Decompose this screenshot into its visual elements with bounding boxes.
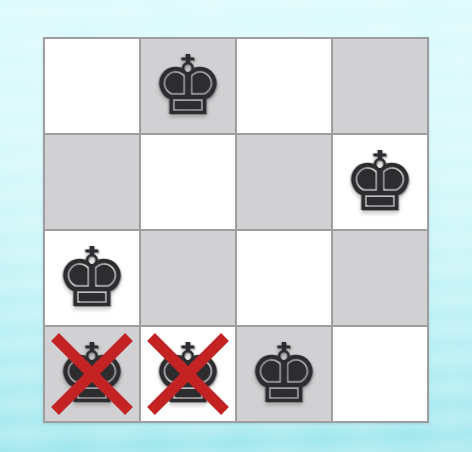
square-r4c3[interactable]: ♚: [237, 327, 331, 421]
square-r1c3[interactable]: [237, 39, 331, 133]
black-king-piece: ♚: [141, 39, 235, 133]
square-r1c1[interactable]: [45, 39, 139, 133]
square-r3c4[interactable]: [333, 231, 427, 325]
square-r3c3[interactable]: [237, 231, 331, 325]
square-r2c1[interactable]: [45, 135, 139, 229]
square-r2c2[interactable]: [141, 135, 235, 229]
square-r4c1[interactable]: ♚: [45, 327, 139, 421]
black-king-piece: ♚: [333, 135, 427, 229]
square-r1c4[interactable]: [333, 39, 427, 133]
square-r2c3[interactable]: [237, 135, 331, 229]
square-r4c2[interactable]: ♚: [141, 327, 235, 421]
square-r3c1[interactable]: ♚: [45, 231, 139, 325]
square-r4c4[interactable]: [333, 327, 427, 421]
square-r1c2[interactable]: ♚: [141, 39, 235, 133]
square-r2c4[interactable]: ♚: [333, 135, 427, 229]
black-king-piece: ♚: [45, 231, 139, 325]
chess-board: ♚♚♚♚♚♚: [43, 37, 429, 423]
square-r3c2[interactable]: [141, 231, 235, 325]
black-king-piece: ♚: [141, 327, 235, 421]
black-king-piece: ♚: [237, 327, 331, 421]
black-king-piece: ♚: [45, 327, 139, 421]
